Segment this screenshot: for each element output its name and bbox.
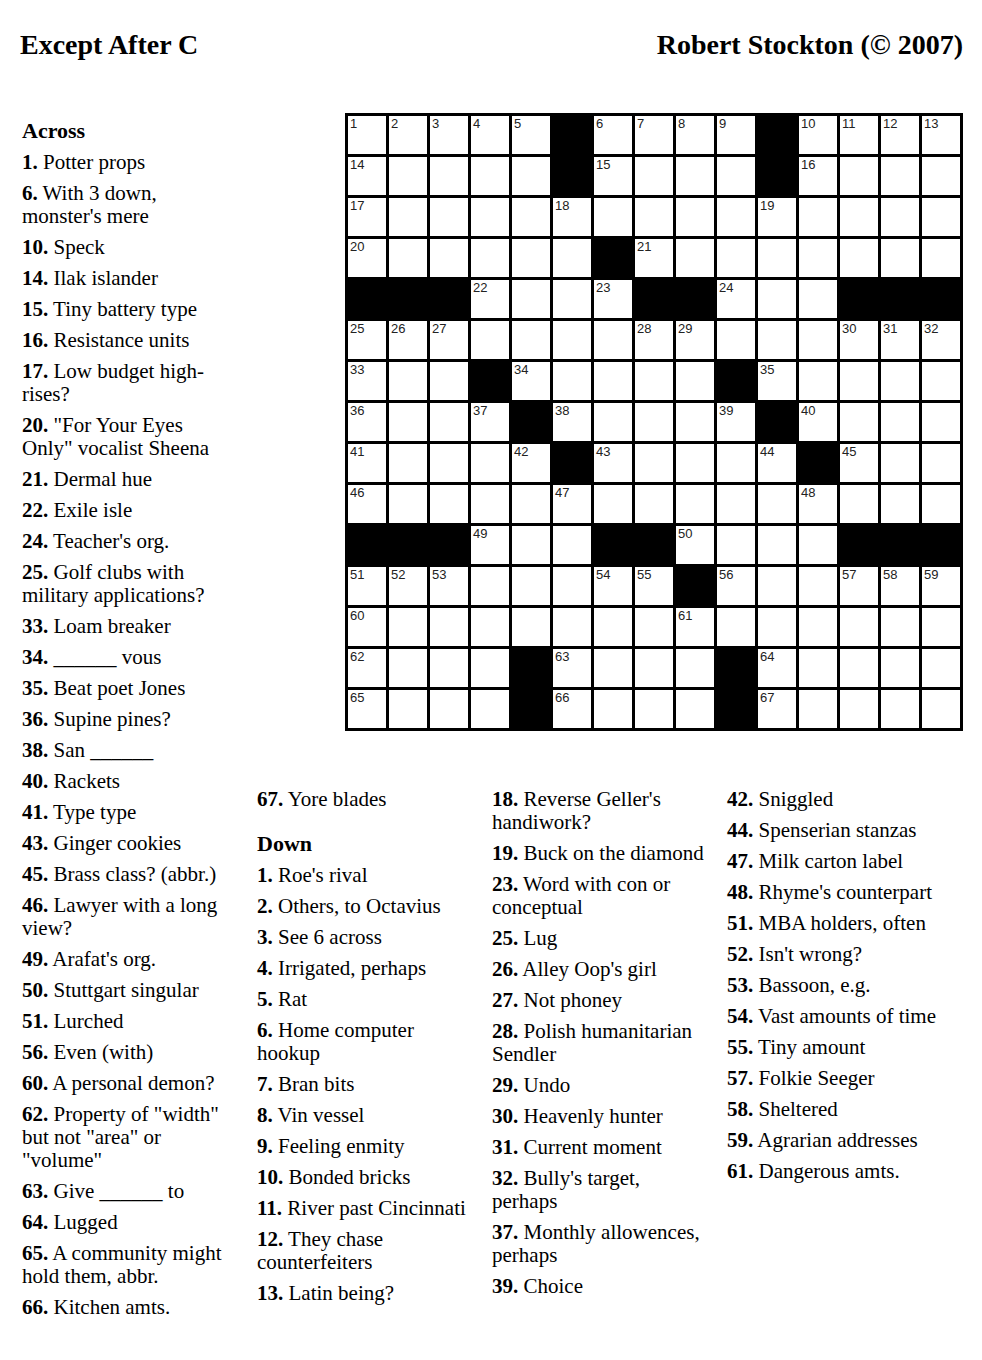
cell-r13c7[interactable] [635,649,673,687]
cell-r3c5[interactable] [553,239,591,277]
cell-r3c9[interactable] [717,239,755,277]
cell-r0c12[interactable]: 11 [840,116,878,154]
clue-number: 10. [22,235,48,259]
cell-r14c7[interactable] [635,690,673,728]
cell-number-35: 35 [760,362,774,377]
clue-column-across: Across1. Potter props6. With 3 down, mon… [22,119,232,1327]
cell-r2c8[interactable] [676,198,714,236]
black-cell-r13c9 [717,649,755,687]
cell-r14c12[interactable] [840,690,878,728]
cell-r9c6[interactable] [594,485,632,523]
black-cell-r4c12 [840,280,878,318]
cell-r11c1[interactable]: 52 [389,567,427,605]
clue-down-59: 59. Agrarian addresses [727,1129,967,1152]
cell-number-60: 60 [350,608,364,623]
cell-r8c7[interactable] [635,444,673,482]
cell-number-55: 55 [637,567,651,582]
cell-r1c9[interactable] [717,157,755,195]
cell-r5c8[interactable]: 29 [676,321,714,359]
black-cell-r10c0 [348,526,386,564]
cell-r1c3[interactable] [471,157,509,195]
cell-r5c4[interactable] [512,321,550,359]
clue-down-57: 57. Folkie Seeger [727,1067,967,1090]
cell-r1c7[interactable] [635,157,673,195]
cell-r12c11[interactable] [799,608,837,646]
cell-r13c14[interactable] [922,649,960,687]
cell-r5c12[interactable]: 30 [840,321,878,359]
cell-r8c10[interactable]: 44 [758,444,796,482]
clue-across-66: 66. Kitchen amts. [22,1296,232,1319]
cell-number-19: 19 [760,198,774,213]
cell-r11c14[interactable]: 59 [922,567,960,605]
clue-number: 19. [492,841,518,865]
clue-down-18: 18. Reverse Geller's handiwork? [492,788,708,834]
cell-r0c9[interactable]: 9 [717,116,755,154]
cell-r2c9[interactable] [717,198,755,236]
cell-r1c2[interactable] [430,157,468,195]
cell-number-50: 50 [678,526,692,541]
cell-r1c1[interactable] [389,157,427,195]
cell-r13c13[interactable] [881,649,919,687]
cell-r14c1[interactable] [389,690,427,728]
cell-r7c14[interactable] [922,403,960,441]
clue-across-6: 6. With 3 down, monster's mere [22,182,232,228]
cell-r5c3[interactable] [471,321,509,359]
cell-r8c1[interactable] [389,444,427,482]
cell-r0c3[interactable]: 4 [471,116,509,154]
cell-r2c14[interactable] [922,198,960,236]
clue-across-1: 1. Potter props [22,151,232,174]
clue-number: 26. [492,957,518,981]
cell-r12c1[interactable] [389,608,427,646]
clue-number: 53. [727,973,753,997]
clue-number: 65. [22,1241,48,1265]
cell-r10c10[interactable] [758,526,796,564]
cell-r13c6[interactable] [594,649,632,687]
cell-r5c14[interactable]: 32 [922,321,960,359]
cell-r9c7[interactable] [635,485,673,523]
cell-r6c13[interactable] [881,362,919,400]
cell-r4c6[interactable]: 23 [594,280,632,318]
clue-number: 23. [492,872,518,896]
cell-r0c11[interactable]: 10 [799,116,837,154]
cell-r7c8[interactable] [676,403,714,441]
cell-r6c10[interactable]: 35 [758,362,796,400]
cell-r7c12[interactable] [840,403,878,441]
cell-r10c9[interactable] [717,526,755,564]
cell-r12c2[interactable] [430,608,468,646]
cell-r1c13[interactable] [881,157,919,195]
cell-r8c2[interactable] [430,444,468,482]
cell-r14c8[interactable] [676,690,714,728]
cell-r8c0[interactable]: 41 [348,444,386,482]
cell-number-6: 6 [596,116,603,131]
cell-r6c2[interactable] [430,362,468,400]
black-cell-r4c14 [922,280,960,318]
cell-r13c11[interactable] [799,649,837,687]
cell-r6c14[interactable] [922,362,960,400]
clue-down-12: 12. They chase counterfeiters [257,1228,475,1274]
cell-r2c13[interactable] [881,198,919,236]
cell-r7c5[interactable]: 38 [553,403,591,441]
cell-r7c1[interactable] [389,403,427,441]
cell-r12c5[interactable] [553,608,591,646]
black-cell-r10c12 [840,526,878,564]
cell-number-62: 62 [350,649,364,664]
cell-r6c7[interactable] [635,362,673,400]
clue-number: 29. [492,1073,518,1097]
cell-r5c5[interactable] [553,321,591,359]
clue-across-43: 43. Ginger cookies [22,832,232,855]
black-cell-r1c10 [758,157,796,195]
cell-number-56: 56 [719,567,733,582]
cell-number-26: 26 [391,321,405,336]
cell-r9c11[interactable]: 48 [799,485,837,523]
cell-number-41: 41 [350,444,364,459]
cell-r0c1[interactable]: 2 [389,116,427,154]
cell-r13c3[interactable] [471,649,509,687]
cell-r0c0[interactable]: 1 [348,116,386,154]
clue-number: 36. [22,707,48,731]
cell-r9c3[interactable] [471,485,509,523]
cell-r7c11[interactable]: 40 [799,403,837,441]
clue-number: 6. [22,181,38,205]
cell-r13c5[interactable]: 63 [553,649,591,687]
cell-r11c3[interactable] [471,567,509,605]
cell-r11c10[interactable] [758,567,796,605]
cell-number-66: 66 [555,690,569,705]
cell-r10c5[interactable] [553,526,591,564]
clue-across-20: 20. "For Your Eyes Only" vocalist Sheena [22,414,232,460]
cell-r3c14[interactable] [922,239,960,277]
clue-across-65: 65. A community might hold them, abbr. [22,1242,232,1288]
cell-r6c11[interactable] [799,362,837,400]
cell-r7c6[interactable] [594,403,632,441]
cell-number-37: 37 [473,403,487,418]
clue-number: 1. [257,863,273,887]
cell-r2c1[interactable] [389,198,427,236]
cell-r9c4[interactable] [512,485,550,523]
cell-r4c4[interactable] [512,280,550,318]
clue-number: 54. [727,1004,753,1028]
cell-r9c2[interactable] [430,485,468,523]
clue-number: 67. [257,787,283,811]
clue-number: 63. [22,1179,48,1203]
cell-r8c6[interactable]: 43 [594,444,632,482]
cell-r12c3[interactable] [471,608,509,646]
cell-number-7: 7 [637,116,644,131]
cell-r11c13[interactable]: 58 [881,567,919,605]
cell-r3c13[interactable] [881,239,919,277]
crossword-grid: 1234567891011121314151617181920212223242… [345,113,963,731]
cell-r1c0[interactable]: 14 [348,157,386,195]
cell-number-52: 52 [391,567,405,582]
cell-r11c9[interactable]: 56 [717,567,755,605]
clue-down-3: 3. See 6 across [257,926,475,949]
cell-r12c13[interactable] [881,608,919,646]
cell-number-58: 58 [883,567,897,582]
cell-r8c8[interactable] [676,444,714,482]
cell-r13c12[interactable] [840,649,878,687]
clue-number: 24. [22,529,48,553]
cell-number-45: 45 [842,444,856,459]
cell-number-53: 53 [432,567,446,582]
cell-r0c13[interactable]: 12 [881,116,919,154]
cell-r6c8[interactable] [676,362,714,400]
cell-number-61: 61 [678,608,692,623]
cell-r2c6[interactable] [594,198,632,236]
cell-r7c3[interactable]: 37 [471,403,509,441]
cell-r5c7[interactable]: 28 [635,321,673,359]
cell-r13c10[interactable]: 64 [758,649,796,687]
cell-r6c12[interactable] [840,362,878,400]
cell-r9c10[interactable] [758,485,796,523]
cell-r7c7[interactable] [635,403,673,441]
cell-r7c2[interactable] [430,403,468,441]
cell-r12c9[interactable] [717,608,755,646]
cell-r6c0[interactable]: 33 [348,362,386,400]
cell-r6c6[interactable] [594,362,632,400]
cell-r3c0[interactable]: 20 [348,239,386,277]
cell-r0c14[interactable]: 13 [922,116,960,154]
cell-r4c9[interactable]: 24 [717,280,755,318]
cell-r5c10[interactable] [758,321,796,359]
cell-r13c1[interactable] [389,649,427,687]
cell-r2c11[interactable] [799,198,837,236]
cell-r4c10[interactable] [758,280,796,318]
cell-r5c0[interactable]: 25 [348,321,386,359]
cell-r11c2[interactable]: 53 [430,567,468,605]
cell-r0c6[interactable]: 6 [594,116,632,154]
cell-r14c10[interactable]: 67 [758,690,796,728]
clue-across-41: 41. Type type [22,801,232,824]
cell-r1c12[interactable] [840,157,878,195]
cell-r8c12[interactable]: 45 [840,444,878,482]
cell-number-32: 32 [924,321,938,336]
cell-r3c4[interactable] [512,239,550,277]
cell-number-47: 47 [555,485,569,500]
cell-r0c7[interactable]: 7 [635,116,673,154]
cell-number-12: 12 [883,116,897,131]
black-cell-r10c14 [922,526,960,564]
cell-r8c14[interactable] [922,444,960,482]
cell-r7c9[interactable]: 39 [717,403,755,441]
clue-number: 33. [22,614,48,638]
cell-r5c6[interactable] [594,321,632,359]
cell-r9c13[interactable] [881,485,919,523]
cell-r14c3[interactable] [471,690,509,728]
cell-r6c1[interactable] [389,362,427,400]
puzzle-byline: Robert Stockton (© 2007) [657,30,963,61]
clue-number: 39. [492,1274,518,1298]
cell-r11c6[interactable]: 54 [594,567,632,605]
cell-r3c7[interactable]: 21 [635,239,673,277]
cell-r8c9[interactable] [717,444,755,482]
clue-number: 66. [22,1295,48,1319]
cell-number-16: 16 [801,157,815,172]
cell-r9c14[interactable] [922,485,960,523]
cell-number-13: 13 [924,116,938,131]
cell-r14c0[interactable]: 65 [348,690,386,728]
cell-r9c8[interactable] [676,485,714,523]
cell-r1c8[interactable] [676,157,714,195]
black-cell-r10c6 [594,526,632,564]
clue-number: 51. [22,1009,48,1033]
cell-r14c5[interactable]: 66 [553,690,591,728]
clue-number: 55. [727,1035,753,1059]
cell-r9c1[interactable] [389,485,427,523]
black-cell-r11c8 [676,567,714,605]
clue-down-58: 58. Sheltered [727,1098,967,1121]
cell-r13c0[interactable]: 62 [348,649,386,687]
cell-r3c1[interactable] [389,239,427,277]
cell-r11c4[interactable] [512,567,550,605]
cell-r11c11[interactable] [799,567,837,605]
cell-number-27: 27 [432,321,446,336]
cell-number-10: 10 [801,116,815,131]
clue-number: 56. [22,1040,48,1064]
cell-r4c5[interactable] [553,280,591,318]
clue-across-38: 38. San ______ [22,739,232,762]
clue-down-39: 39. Choice [492,1275,708,1298]
cell-r14c2[interactable] [430,690,468,728]
cell-r2c10[interactable]: 19 [758,198,796,236]
cell-number-28: 28 [637,321,651,336]
cell-r8c4[interactable]: 42 [512,444,550,482]
clue-number: 47. [727,849,753,873]
cell-r0c2[interactable]: 3 [430,116,468,154]
cell-r6c5[interactable] [553,362,591,400]
cell-r3c3[interactable] [471,239,509,277]
cell-r12c12[interactable] [840,608,878,646]
cell-r11c12[interactable]: 57 [840,567,878,605]
cell-number-64: 64 [760,649,774,664]
cell-r8c3[interactable] [471,444,509,482]
cell-r3c8[interactable] [676,239,714,277]
cell-r2c7[interactable] [635,198,673,236]
cell-r6c4[interactable]: 34 [512,362,550,400]
cell-r12c8[interactable]: 61 [676,608,714,646]
cell-r14c11[interactable] [799,690,837,728]
cell-r2c2[interactable] [430,198,468,236]
cell-r1c4[interactable] [512,157,550,195]
cell-r10c4[interactable] [512,526,550,564]
cell-r12c7[interactable] [635,608,673,646]
cell-r2c4[interactable] [512,198,550,236]
cell-r4c3[interactable]: 22 [471,280,509,318]
cell-r0c8[interactable]: 8 [676,116,714,154]
cell-r7c0[interactable]: 36 [348,403,386,441]
clue-down-44: 44. Spenserian stanzas [727,819,967,842]
clue-number: 4. [257,956,273,980]
cell-r12c0[interactable]: 60 [348,608,386,646]
cell-r5c9[interactable] [717,321,755,359]
clue-number: 12. [257,1227,283,1251]
cell-r11c7[interactable]: 55 [635,567,673,605]
cell-number-57: 57 [842,567,856,582]
cell-r11c5[interactable] [553,567,591,605]
cell-r9c0[interactable]: 46 [348,485,386,523]
black-cell-r4c8 [676,280,714,318]
cell-r13c2[interactable] [430,649,468,687]
clue-across-51: 51. Lurched [22,1010,232,1033]
cell-r3c10[interactable] [758,239,796,277]
clue-down-30: 30. Heavenly hunter [492,1105,708,1128]
cell-r9c9[interactable] [717,485,755,523]
clue-across-46: 46. Lawyer with a long view? [22,894,232,940]
cell-r2c3[interactable] [471,198,509,236]
cell-r12c14[interactable] [922,608,960,646]
clue-down-54: 54. Vast amounts of time [727,1005,967,1028]
clue-number: 52. [727,942,753,966]
clue-column-4: 42. Sniggled44. Spenserian stanzas47. Mi… [727,788,967,1191]
clue-number: 14. [22,266,48,290]
cell-r1c11[interactable]: 16 [799,157,837,195]
clue-number: 15. [22,297,48,321]
black-cell-r14c4 [512,690,550,728]
cell-r9c5[interactable]: 47 [553,485,591,523]
cell-r10c11[interactable] [799,526,837,564]
clue-number: 35. [22,676,48,700]
cell-r5c11[interactable] [799,321,837,359]
clue-number: 28. [492,1019,518,1043]
black-cell-r4c1 [389,280,427,318]
cell-r5c13[interactable]: 31 [881,321,919,359]
cell-r1c6[interactable]: 15 [594,157,632,195]
cell-number-63: 63 [555,649,569,664]
black-cell-r3c6 [594,239,632,277]
cell-r1c14[interactable] [922,157,960,195]
clue-number: 5. [257,987,273,1011]
cell-r14c14[interactable] [922,690,960,728]
cell-r2c12[interactable] [840,198,878,236]
clue-number: 50. [22,978,48,1002]
cell-r14c13[interactable] [881,690,919,728]
cell-r14c6[interactable] [594,690,632,728]
cell-r2c0[interactable]: 17 [348,198,386,236]
cell-number-5: 5 [514,116,521,131]
cell-r11c0[interactable]: 51 [348,567,386,605]
clue-across-25: 25. Golf clubs with military application… [22,561,232,607]
clue-across-40: 40. Rackets [22,770,232,793]
cell-r4c11[interactable] [799,280,837,318]
cell-r12c10[interactable] [758,608,796,646]
clue-down-31: 31. Current moment [492,1136,708,1159]
clue-down-19: 19. Buck on the diamond [492,842,708,865]
puzzle-title: Except After C [20,30,198,61]
clue-number: 13. [257,1281,283,1305]
cell-r9c12[interactable] [840,485,878,523]
clue-down-32: 32. Bully's target, perhaps [492,1167,708,1213]
clue-column-2: 67. Yore bladesDown1. Roe's rival2. Othe… [257,788,475,1313]
cell-r12c6[interactable] [594,608,632,646]
cell-r13c8[interactable] [676,649,714,687]
cell-r10c3[interactable]: 49 [471,526,509,564]
cell-r3c12[interactable] [840,239,878,277]
cell-r2c5[interactable]: 18 [553,198,591,236]
cell-r7c13[interactable] [881,403,919,441]
cell-r3c11[interactable] [799,239,837,277]
cell-r10c8[interactable]: 50 [676,526,714,564]
cell-r12c4[interactable] [512,608,550,646]
cell-r5c2[interactable]: 27 [430,321,468,359]
cell-r5c1[interactable]: 26 [389,321,427,359]
cell-r0c4[interactable]: 5 [512,116,550,154]
clue-down-8: 8. Vin vessel [257,1104,475,1127]
clue-across-35: 35. Beat poet Jones [22,677,232,700]
cell-r3c2[interactable] [430,239,468,277]
cell-r8c13[interactable] [881,444,919,482]
